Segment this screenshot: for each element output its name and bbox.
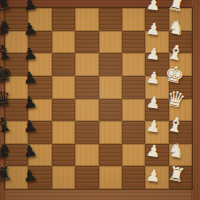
square-a7[interactable]: ♟: [28, 166, 51, 189]
pawn-glyph: ♟: [145, 0, 162, 14]
square-e3[interactable]: [122, 76, 145, 99]
pawn-glyph: ♟: [145, 45, 162, 63]
square-e4[interactable]: [99, 76, 122, 99]
pawn-glyph: ♟: [145, 167, 162, 185]
square-d6[interactable]: [52, 99, 75, 122]
square-a4[interactable]: [99, 166, 122, 189]
pawn-glyph: ♟: [145, 69, 162, 87]
pawn-glyph: ♟: [21, 143, 38, 161]
square-b2[interactable]: ♟: [145, 144, 168, 167]
pawn-glyph: ♟: [145, 118, 162, 136]
square-g4[interactable]: [99, 31, 122, 54]
pawn-glyph: ♟: [145, 94, 162, 112]
square-c5[interactable]: [75, 121, 98, 144]
rook-glyph: ♜: [0, 0, 14, 15]
queen-glyph: ♛: [164, 88, 187, 113]
square-b4[interactable]: [99, 144, 122, 167]
bishop-glyph: ♝: [165, 113, 187, 136]
square-g6[interactable]: [52, 31, 75, 54]
square-a1[interactable]: ♜: [169, 166, 192, 189]
rook-glyph: ♜: [166, 163, 187, 185]
square-f3[interactable]: [122, 53, 145, 76]
board-frame-bottom: [0, 188, 200, 200]
square-d5[interactable]: [75, 99, 98, 122]
square-a5[interactable]: [75, 166, 98, 189]
square-e5[interactable]: [75, 76, 98, 99]
square-g5[interactable]: [75, 31, 98, 54]
pawn-glyph: ♟: [21, 69, 38, 87]
pawn-glyph: ♟: [145, 20, 162, 38]
square-b7[interactable]: ♟: [28, 144, 51, 167]
square-d4[interactable]: [99, 99, 122, 122]
chess-set-photo: ♜♟♟♜♞♟♟♞♝♟♟♝♚♟♟♚♛♟♟♛♝♟♟♝♞♟♟♞♜♟♟♜: [0, 0, 200, 200]
square-e6[interactable]: [52, 76, 75, 99]
square-h5[interactable]: [75, 8, 98, 31]
square-b5[interactable]: [75, 144, 98, 167]
chess-board: ♜♟♟♜♞♟♟♞♝♟♟♝♚♟♟♚♛♟♟♛♝♟♟♝♞♟♟♞♜♟♟♜: [5, 8, 192, 189]
knight-glyph: ♞: [166, 139, 187, 161]
square-f6[interactable]: [52, 53, 75, 76]
pawn-glyph: ♟: [21, 45, 38, 63]
square-c3[interactable]: [122, 121, 145, 144]
square-d3[interactable]: [122, 99, 145, 122]
square-a2[interactable]: ♟: [145, 166, 168, 189]
pawn-glyph: ♟: [145, 143, 162, 161]
pawn-glyph: ♟: [21, 20, 38, 38]
square-g3[interactable]: [122, 31, 145, 54]
square-h4[interactable]: [99, 8, 122, 31]
rook-glyph: ♜: [0, 163, 14, 185]
king-glyph: ♚: [163, 62, 187, 88]
square-a6[interactable]: [52, 166, 75, 189]
board-frame-right: [191, 0, 200, 200]
square-h3[interactable]: [122, 8, 145, 31]
square-b6[interactable]: [52, 144, 75, 167]
knight-glyph: ♞: [166, 17, 187, 39]
pawn-glyph: ♟: [21, 94, 38, 112]
pawn-glyph: ♟: [21, 0, 38, 14]
square-a3[interactable]: [122, 166, 145, 189]
pawn-glyph: ♟: [21, 167, 38, 185]
rook-glyph: ♜: [166, 0, 187, 15]
square-b3[interactable]: [122, 144, 145, 167]
square-f4[interactable]: [99, 53, 122, 76]
square-c4[interactable]: [99, 121, 122, 144]
pawn-glyph: ♟: [21, 118, 38, 136]
square-h6[interactable]: [52, 8, 75, 31]
square-f5[interactable]: [75, 53, 98, 76]
square-c6[interactable]: [52, 121, 75, 144]
